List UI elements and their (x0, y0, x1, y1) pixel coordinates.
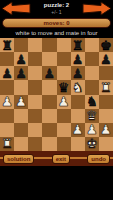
square-g5[interactable] (85, 80, 99, 94)
square-e1[interactable] (57, 137, 71, 151)
square-d6[interactable]: ♟ (42, 66, 56, 80)
square-e7[interactable] (57, 52, 71, 66)
square-g8[interactable] (85, 38, 99, 52)
square-d2[interactable] (42, 123, 56, 137)
square-c7[interactable] (28, 52, 42, 66)
square-f3[interactable] (71, 109, 85, 123)
piece-black-pawn[interactable]: ♟ (1, 67, 13, 80)
square-d1[interactable] (42, 137, 56, 151)
square-c3[interactable] (28, 109, 42, 123)
square-h6[interactable] (99, 66, 113, 80)
square-e3[interactable] (57, 109, 71, 123)
piece-black-rook[interactable]: ♜ (72, 39, 84, 52)
square-a8[interactable]: ♜ (0, 38, 14, 52)
square-b5[interactable] (14, 80, 28, 94)
solution-button[interactable]: solution (3, 154, 34, 164)
piece-white-knight[interactable]: ♞ (72, 81, 84, 94)
exit-button[interactable]: exit (52, 154, 70, 164)
piece-black-pawn[interactable]: ♟ (15, 53, 27, 66)
square-h8[interactable]: ♚ (99, 38, 113, 52)
square-g7[interactable] (85, 52, 99, 66)
square-h7[interactable]: ♟ (99, 52, 113, 66)
square-f2[interactable]: ♟ (71, 123, 85, 137)
square-b8[interactable] (14, 38, 28, 52)
square-a4[interactable]: ♟ (0, 95, 14, 109)
puzzle-delta: +/- 1 (35, 9, 78, 15)
piece-white-pawn[interactable]: ♟ (72, 123, 84, 136)
puzzle-label: puzzle: 2 (31, 2, 82, 9)
next-puzzle-arrow[interactable] (82, 1, 112, 16)
square-c1[interactable] (28, 137, 42, 151)
square-b3[interactable] (14, 109, 28, 123)
square-e5[interactable]: ♛ (57, 80, 71, 94)
piece-black-pawn[interactable]: ♟ (44, 67, 56, 80)
piece-white-pawn[interactable]: ♟ (58, 95, 70, 108)
square-h3[interactable] (99, 109, 113, 123)
piece-black-king[interactable]: ♚ (100, 39, 112, 52)
square-d5[interactable] (42, 80, 56, 94)
square-h2[interactable]: ♟ (99, 123, 113, 137)
piece-white-pawn[interactable]: ♟ (1, 95, 13, 108)
square-c8[interactable] (28, 38, 42, 52)
square-e2[interactable] (57, 123, 71, 137)
square-c4[interactable] (28, 95, 42, 109)
square-d7[interactable] (42, 52, 56, 66)
square-a1[interactable]: ♜ (0, 137, 14, 151)
square-f4[interactable] (71, 95, 85, 109)
header: puzzle: 2 +/- 1 (0, 0, 113, 17)
square-a5[interactable] (0, 80, 14, 94)
piece-black-rook[interactable]: ♜ (1, 39, 13, 52)
puzzle-info: puzzle: 2 +/- 1 (31, 1, 82, 15)
square-c2[interactable] (28, 123, 42, 137)
square-f5[interactable]: ♞ (71, 80, 85, 94)
square-e6[interactable] (57, 66, 71, 80)
square-h1[interactable] (99, 137, 113, 151)
piece-white-king[interactable]: ♚ (86, 137, 98, 150)
piece-black-pawn[interactable]: ♟ (72, 53, 84, 66)
square-e4[interactable]: ♟ (57, 95, 71, 109)
square-g6[interactable] (85, 66, 99, 80)
square-h5[interactable]: ♜ (99, 80, 113, 94)
piece-black-knight[interactable]: ♞ (86, 95, 98, 108)
square-f1[interactable] (71, 137, 85, 151)
board: ♜♜♚♟♟♟♟♟♟♟♛♞♜♟♟♟♞♛♟♟♟♜♚ (0, 38, 113, 151)
piece-white-rook[interactable]: ♜ (1, 137, 13, 150)
square-a3[interactable] (0, 109, 14, 123)
piece-white-rook[interactable]: ♜ (100, 81, 112, 94)
piece-black-pawn[interactable]: ♟ (100, 53, 112, 66)
square-g4[interactable]: ♞ (85, 95, 99, 109)
piece-white-pawn[interactable]: ♟ (100, 123, 112, 136)
square-g2[interactable]: ♟ (85, 123, 99, 137)
square-a6[interactable]: ♟ (0, 66, 14, 80)
piece-white-pawn[interactable]: ♟ (86, 123, 98, 136)
square-b7[interactable]: ♟ (14, 52, 28, 66)
piece-white-pawn[interactable]: ♟ (15, 95, 27, 108)
square-e8[interactable] (57, 38, 71, 52)
instruction-text: white to move and mate in four (0, 28, 113, 38)
square-f6[interactable]: ♟ (71, 66, 85, 80)
previous-puzzle-arrow[interactable] (1, 1, 31, 16)
square-d3[interactable] (42, 109, 56, 123)
square-b6[interactable]: ♟ (14, 66, 28, 80)
square-g3[interactable]: ♛ (85, 109, 99, 123)
square-c6[interactable] (28, 66, 42, 80)
undo-button[interactable]: undo (87, 154, 110, 164)
app-screen: puzzle: 2 +/- 1 moves: 0 white to move a… (0, 0, 113, 200)
square-h4[interactable] (99, 95, 113, 109)
square-f7[interactable]: ♟ (71, 52, 85, 66)
square-c5[interactable] (28, 80, 42, 94)
square-b4[interactable]: ♟ (14, 95, 28, 109)
square-d4[interactable] (42, 95, 56, 109)
square-f8[interactable]: ♜ (71, 38, 85, 52)
moves-label: moves: 0 (43, 20, 69, 26)
square-g1[interactable]: ♚ (85, 137, 99, 151)
square-d8[interactable] (42, 38, 56, 52)
piece-black-pawn[interactable]: ♟ (15, 67, 27, 80)
square-a7[interactable] (0, 52, 14, 66)
piece-black-pawn[interactable]: ♟ (72, 67, 84, 80)
piece-black-queen[interactable]: ♛ (58, 81, 70, 94)
button-strip: solution exit undo (0, 151, 113, 166)
square-a2[interactable] (0, 123, 14, 137)
moves-counter-plank: moves: 0 (2, 18, 111, 28)
square-b1[interactable] (14, 137, 28, 151)
square-b2[interactable] (14, 123, 28, 137)
piece-white-queen[interactable]: ♛ (86, 109, 98, 122)
